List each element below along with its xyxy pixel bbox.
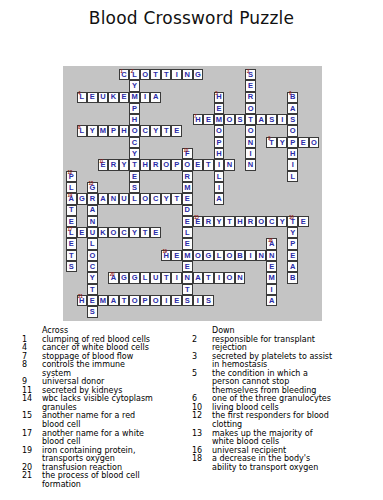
empty-cell xyxy=(140,306,151,317)
empty-cell xyxy=(171,261,182,272)
crossword-cell[interactable]: E xyxy=(150,227,161,238)
crossword-cell[interactable]: I xyxy=(140,92,151,103)
crossword-cell[interactable]: L xyxy=(214,171,225,182)
empty-cell xyxy=(193,261,204,272)
crossword-cell[interactable]: Y xyxy=(214,216,225,227)
crossword-cell[interactable]: Y xyxy=(129,80,140,91)
empty-cell xyxy=(119,205,130,216)
crossword-cell[interactable]: I xyxy=(171,69,182,80)
crossword-cell[interactable]: N xyxy=(224,159,235,170)
empty-cell xyxy=(66,159,77,170)
crossword-cell[interactable]: T xyxy=(140,227,151,238)
crossword-cell[interactable]: A xyxy=(87,205,98,216)
crossword-cell[interactable]: 1C xyxy=(119,69,130,80)
clue-number-badge: 8 xyxy=(78,126,80,131)
empty-cell xyxy=(119,103,130,114)
cell-letter: U xyxy=(90,229,95,237)
cell-letter: A xyxy=(258,116,263,124)
crossword-cell[interactable]: O xyxy=(140,69,151,80)
empty-cell xyxy=(256,182,267,193)
crossword-cell[interactable]: G xyxy=(193,69,204,80)
empty-cell xyxy=(298,238,309,249)
crossword-cell[interactable]: E xyxy=(171,125,182,136)
crossword-cell[interactable]: E xyxy=(266,261,277,272)
crossword-cell[interactable]: Y xyxy=(129,227,140,238)
crossword-cell[interactable]: U xyxy=(119,193,130,204)
clue-item-text: responsible for transplant rejection xyxy=(212,336,377,353)
crossword-cell[interactable]: 8L xyxy=(77,125,88,136)
crossword-cell[interactable]: 16T xyxy=(287,216,298,227)
crossword-cell[interactable]: T xyxy=(161,69,172,80)
crossword-cell[interactable]: E xyxy=(298,137,309,148)
empty-cell xyxy=(266,182,277,193)
cell-letter: O xyxy=(142,195,148,203)
crossword-cell[interactable]: A xyxy=(108,295,119,306)
crossword-cell[interactable]: 14A xyxy=(66,193,77,204)
cell-letter: P xyxy=(290,240,295,248)
empty-cell xyxy=(119,284,130,295)
cell-letter: E xyxy=(185,240,190,248)
empty-cell xyxy=(287,306,298,317)
crossword-cell[interactable]: A xyxy=(256,114,267,125)
crossword-cell[interactable]: G xyxy=(203,250,214,261)
empty-cell xyxy=(171,171,182,182)
crossword-cell[interactable]: T xyxy=(182,284,193,295)
crossword-cell[interactable]: 6B xyxy=(287,92,298,103)
crossword-cell[interactable]: A xyxy=(193,272,204,283)
empty-cell xyxy=(256,69,267,80)
crossword-cell[interactable]: E xyxy=(66,216,77,227)
empty-cell xyxy=(309,261,320,272)
crossword-cell[interactable]: T xyxy=(245,114,256,125)
crossword-cell[interactable]: H xyxy=(287,148,298,159)
crossword-cell[interactable]: A xyxy=(150,92,161,103)
empty-cell xyxy=(140,205,151,216)
crossword-cell[interactable]: A xyxy=(266,295,277,306)
crossword-cell[interactable]: O xyxy=(150,295,161,306)
crossword-cell[interactable]: H xyxy=(119,125,130,136)
crossword-cell[interactable]: A xyxy=(98,193,109,204)
crossword-cell[interactable]: L xyxy=(129,193,140,204)
empty-cell xyxy=(214,205,225,216)
crossword-cell[interactable]: O xyxy=(161,159,172,170)
crossword-cell[interactable]: E xyxy=(87,92,98,103)
crossword-cell[interactable]: N xyxy=(256,250,267,261)
crossword-cell[interactable]: O xyxy=(182,159,193,170)
crossword-cell[interactable]: B xyxy=(287,272,298,283)
crossword-cell[interactable]: R xyxy=(203,216,214,227)
crossword-cell[interactable]: C xyxy=(140,125,151,136)
crossword-cell[interactable]: 5H xyxy=(214,92,225,103)
cell-letter: N xyxy=(269,252,274,260)
crossword-cell[interactable]: M xyxy=(129,92,140,103)
crossword-cell[interactable]: S xyxy=(129,182,140,193)
crossword-cell[interactable]: 2L xyxy=(129,69,140,80)
crossword-cell[interactable]: E xyxy=(214,103,225,114)
crossword-cell[interactable]: I xyxy=(214,272,225,283)
crossword-cell[interactable]: R xyxy=(245,92,256,103)
crossword-cell[interactable]: C xyxy=(119,227,130,238)
crossword-cell[interactable]: E xyxy=(77,227,88,238)
empty-cell xyxy=(150,306,161,317)
crossword-cell[interactable]: O xyxy=(224,114,235,125)
crossword-cell[interactable]: E xyxy=(182,238,193,249)
crossword-cell[interactable]: R xyxy=(87,193,98,204)
empty-cell xyxy=(161,261,172,272)
clue-number-badge: 19 xyxy=(162,250,166,255)
crossword-cell[interactable]: 19H xyxy=(161,250,172,261)
empty-cell xyxy=(108,250,119,261)
crossword-cell[interactable]: S xyxy=(287,114,298,125)
crossword-cell[interactable]: Y xyxy=(87,272,98,283)
crossword-cell[interactable]: T xyxy=(161,272,172,283)
empty-cell xyxy=(140,137,151,148)
crossword-cell[interactable]: S xyxy=(87,306,98,317)
crossword-cell[interactable]: Y xyxy=(161,193,172,204)
cell-letter: A xyxy=(153,93,158,101)
crossword-cell[interactable]: T xyxy=(129,159,140,170)
crossword-cell[interactable]: U xyxy=(98,92,109,103)
cell-letter: E xyxy=(185,218,190,226)
crossword-cell[interactable]: L xyxy=(140,272,151,283)
crossword-cell[interactable]: 7H xyxy=(193,114,204,125)
crossword-cell[interactable]: K xyxy=(108,92,119,103)
crossword-cell[interactable]: Y xyxy=(87,125,98,136)
crossword-cell[interactable]: O xyxy=(287,125,298,136)
crossword-cell[interactable]: I xyxy=(266,284,277,295)
crossword-cell[interactable]: I xyxy=(214,182,225,193)
crossword-cell[interactable]: N xyxy=(108,193,119,204)
crossword-cell[interactable]: S xyxy=(66,261,77,272)
crossword-cell[interactable]: L xyxy=(66,182,77,193)
empty-cell xyxy=(298,125,309,136)
cell-letter: L xyxy=(132,195,137,203)
crossword-cell[interactable]: O xyxy=(129,125,140,136)
crossword-cell[interactable]: 3S xyxy=(245,69,256,80)
crossword-cell[interactable]: T xyxy=(203,272,214,283)
crossword-cell[interactable]: N xyxy=(182,272,193,283)
empty-cell xyxy=(224,171,235,182)
empty-cell xyxy=(266,159,277,170)
clue-item-number: 2 xyxy=(192,336,212,353)
crossword-cell[interactable]: E xyxy=(203,114,214,125)
empty-cell xyxy=(298,261,309,272)
empty-cell xyxy=(119,148,130,159)
empty-cell xyxy=(287,295,298,306)
crossword-cell[interactable]: S xyxy=(182,295,193,306)
empty-cell xyxy=(214,306,225,317)
empty-cell xyxy=(119,171,130,182)
cell-letter: H xyxy=(121,127,126,135)
cell-letter: B xyxy=(290,274,295,282)
crossword-cell[interactable]: Y xyxy=(287,227,298,238)
crossword-cell[interactable]: O xyxy=(193,250,204,261)
crossword-cell[interactable]: L xyxy=(182,227,193,238)
empty-cell xyxy=(161,227,172,238)
cell-letter: A xyxy=(216,195,221,203)
crossword-cell[interactable]: O xyxy=(224,272,235,283)
empty-cell xyxy=(277,148,288,159)
crossword-cell[interactable]: I xyxy=(245,250,256,261)
crossword-cell[interactable]: K xyxy=(98,227,109,238)
crossword-cell[interactable]: P xyxy=(108,125,119,136)
crossword-cell[interactable]: 18A xyxy=(266,238,277,249)
crossword-cell[interactable]: 15E xyxy=(193,216,204,227)
cell-letter: O xyxy=(184,161,190,169)
empty-cell xyxy=(77,137,88,148)
empty-cell xyxy=(235,227,246,238)
crossword-cell[interactable]: O xyxy=(87,250,98,261)
empty-cell xyxy=(203,227,214,238)
crossword-cell[interactable]: E xyxy=(182,193,193,204)
crossword-cell[interactable]: L xyxy=(287,171,298,182)
clue-number-badge: 16 xyxy=(289,216,293,221)
empty-cell xyxy=(182,114,193,125)
crossword-cell[interactable]: T xyxy=(150,69,161,80)
crossword-cell[interactable]: E xyxy=(193,159,204,170)
crossword-cell[interactable]: T xyxy=(224,216,235,227)
crossword-cell[interactable]: M xyxy=(98,125,109,136)
cell-letter: O xyxy=(132,127,138,135)
crossword-cell[interactable]: C xyxy=(266,216,277,227)
empty-cell xyxy=(287,182,298,193)
crossword-cell[interactable]: R xyxy=(245,216,256,227)
crossword-cell[interactable]: P xyxy=(214,137,225,148)
crossword-cell[interactable]: P xyxy=(140,295,151,306)
crossword-cell[interactable]: H xyxy=(140,159,151,170)
crossword-cell[interactable]: E xyxy=(287,250,298,261)
empty-cell xyxy=(256,295,267,306)
crossword-cell[interactable]: E xyxy=(171,295,182,306)
crossword-cell[interactable]: M xyxy=(214,114,225,125)
empty-cell xyxy=(256,205,267,216)
empty-cell xyxy=(77,159,88,170)
empty-cell xyxy=(235,69,246,80)
cell-letter: E xyxy=(248,82,253,90)
empty-cell xyxy=(203,148,214,159)
crossword-cell[interactable]: E xyxy=(171,250,182,261)
empty-cell xyxy=(203,238,214,249)
empty-cell xyxy=(235,284,246,295)
cell-letter: E xyxy=(290,252,295,260)
empty-cell xyxy=(171,227,182,238)
empty-cell xyxy=(129,284,140,295)
crossword-cell[interactable]: R xyxy=(182,171,193,182)
crossword-cell[interactable]: E xyxy=(119,92,130,103)
crossword-cell[interactable]: O xyxy=(245,103,256,114)
crossword-cell[interactable]: E xyxy=(182,216,193,227)
crossword-cell[interactable]: N xyxy=(182,69,193,80)
empty-cell xyxy=(182,306,193,317)
crossword-cell[interactable]: N xyxy=(235,272,246,283)
crossword-cell[interactable]: T xyxy=(119,295,130,306)
cell-letter: E xyxy=(69,240,74,248)
crossword-cell[interactable]: N xyxy=(245,159,256,170)
crossword-cell[interactable]: G xyxy=(119,272,130,283)
crossword-cell[interactable]: I xyxy=(287,159,298,170)
clue-item-text: the condition in which a person cannot s… xyxy=(212,370,377,396)
empty-cell xyxy=(256,148,267,159)
crossword-cell[interactable]: E xyxy=(182,261,193,272)
crossword-cell[interactable]: E xyxy=(298,216,309,227)
crossword-cell[interactable]: I xyxy=(171,272,182,283)
cell-letter: Y xyxy=(90,127,95,135)
crossword-cell[interactable]: T xyxy=(203,159,214,170)
crossword-cell[interactable]: I xyxy=(193,295,204,306)
cell-letter: H xyxy=(132,116,137,124)
crossword-cell[interactable]: T xyxy=(161,125,172,136)
crossword-cell[interactable]: N xyxy=(87,216,98,227)
crossword-cell[interactable]: H xyxy=(235,216,246,227)
empty-cell xyxy=(129,261,140,272)
crossword-cell[interactable]: E xyxy=(66,238,77,249)
empty-cell xyxy=(309,148,320,159)
cell-letter: G xyxy=(132,274,138,282)
crossword-cell[interactable]: P xyxy=(287,137,298,148)
empty-cell xyxy=(140,103,151,114)
cell-letter: T xyxy=(227,218,232,226)
crossword-cell[interactable]: 21H xyxy=(77,295,88,306)
cell-letter: L xyxy=(290,173,295,181)
empty-cell xyxy=(214,261,225,272)
cell-letter: D xyxy=(185,206,190,214)
crossword-cell[interactable]: 20A xyxy=(108,272,119,283)
empty-cell xyxy=(277,306,288,317)
crossword-cell[interactable]: O xyxy=(256,216,267,227)
cell-letter: E xyxy=(132,173,137,181)
crossword-cell[interactable]: P xyxy=(171,159,182,170)
empty-cell xyxy=(98,103,109,114)
crossword-cell[interactable]: H xyxy=(214,148,225,159)
crossword-cell[interactable]: I xyxy=(277,114,288,125)
crossword-cell[interactable]: M xyxy=(266,272,277,283)
crossword-cell[interactable]: 11E xyxy=(98,159,109,170)
cell-letter: P xyxy=(290,139,295,147)
empty-cell xyxy=(266,80,277,91)
crossword-cell[interactable]: I xyxy=(214,159,225,170)
empty-cell xyxy=(224,238,235,249)
crossword-cell[interactable]: G xyxy=(129,272,140,283)
empty-cell xyxy=(309,284,320,295)
crossword-cell[interactable]: U xyxy=(150,272,161,283)
empty-cell xyxy=(203,193,214,204)
crossword-cell[interactable]: D xyxy=(182,205,193,216)
empty-cell xyxy=(256,92,267,103)
crossword-cell[interactable]: U xyxy=(87,227,98,238)
crossword-cell[interactable]: L xyxy=(214,250,225,261)
crossword-cell[interactable]: T xyxy=(66,250,77,261)
crossword-cell[interactable]: O xyxy=(140,193,151,204)
crossword-cell[interactable]: M xyxy=(98,295,109,306)
empty-cell xyxy=(266,125,277,136)
crossword-cell[interactable]: R xyxy=(108,159,119,170)
crossword-cell[interactable]: O xyxy=(214,125,225,136)
crossword-cell[interactable]: S xyxy=(235,114,246,125)
crossword-cell[interactable]: E xyxy=(87,295,98,306)
crossword-cell[interactable]: T xyxy=(66,205,77,216)
empty-cell xyxy=(77,114,88,125)
crossword-cell[interactable]: 10F xyxy=(182,148,193,159)
crossword-cell[interactable]: N xyxy=(245,137,256,148)
crossword-cell[interactable]: C xyxy=(129,137,140,148)
empty-cell xyxy=(171,306,182,317)
crossword-cell[interactable]: 17L xyxy=(66,227,77,238)
crossword-cell[interactable]: 13G xyxy=(87,182,98,193)
empty-cell xyxy=(256,125,267,136)
crossword-cell[interactable]: P xyxy=(129,103,140,114)
empty-cell xyxy=(140,261,151,272)
crossword-cell[interactable]: E xyxy=(245,80,256,91)
crossword-cell[interactable]: 9T xyxy=(266,137,277,148)
empty-cell xyxy=(77,272,88,283)
crossword-cell[interactable]: G xyxy=(77,193,88,204)
crossword-cell[interactable]: L xyxy=(87,238,98,249)
empty-cell xyxy=(235,295,246,306)
empty-cell xyxy=(108,137,119,148)
crossword-cell[interactable]: Y xyxy=(119,159,130,170)
empty-cell xyxy=(161,205,172,216)
crossword-cell[interactable]: I xyxy=(245,148,256,159)
crossword-cell[interactable]: Y xyxy=(277,216,288,227)
cell-letter: E xyxy=(69,218,74,226)
crossword-cell[interactable]: O xyxy=(245,125,256,136)
crossword-cell[interactable]: T xyxy=(171,193,182,204)
crossword-cell[interactable]: E xyxy=(129,171,140,182)
empty-cell xyxy=(309,193,320,204)
empty-cell xyxy=(77,205,88,216)
crossword-cell[interactable]: Y xyxy=(277,137,288,148)
crossword-cell[interactable]: I xyxy=(161,295,172,306)
crossword-cell[interactable]: A xyxy=(287,103,298,114)
crossword-cell[interactable]: O xyxy=(224,250,235,261)
crossword-cell[interactable]: O xyxy=(309,137,320,148)
empty-cell xyxy=(108,284,119,295)
empty-cell xyxy=(245,227,256,238)
crossword-cell[interactable]: M xyxy=(182,182,193,193)
crossword-cell[interactable]: S xyxy=(203,295,214,306)
crossword-cell[interactable]: C xyxy=(87,261,98,272)
crossword-cell[interactable]: A xyxy=(287,261,298,272)
crossword-cell[interactable]: 4L xyxy=(77,92,88,103)
crossword-cell[interactable]: C xyxy=(150,193,161,204)
crossword-cell[interactable]: T xyxy=(87,284,98,295)
crossword-cell[interactable]: O xyxy=(108,227,119,238)
crossword-cell[interactable]: H xyxy=(129,114,140,125)
crossword-cell[interactable]: O xyxy=(129,295,140,306)
crossword-cell[interactable]: R xyxy=(150,159,161,170)
crossword-cell[interactable]: 12P xyxy=(66,171,77,182)
clue-item-text: a decrease in the body's ability to tran… xyxy=(212,455,377,472)
cell-letter: E xyxy=(174,127,179,135)
cell-letter: I xyxy=(144,93,146,101)
crossword-cell[interactable]: Y xyxy=(150,125,161,136)
crossword-cell[interactable]: S xyxy=(266,114,277,125)
crossword-cell[interactable]: N xyxy=(266,250,277,261)
crossword-cell[interactable]: A xyxy=(214,193,225,204)
crossword-cell[interactable]: B xyxy=(235,250,246,261)
crossword-cell[interactable]: Y xyxy=(129,148,140,159)
crossword-cell[interactable]: P xyxy=(287,238,298,249)
empty-cell xyxy=(224,148,235,159)
empty-cell xyxy=(309,182,320,193)
clue-item-number: 17 xyxy=(22,430,42,447)
cell-letter: Y xyxy=(132,150,137,158)
empty-cell xyxy=(235,92,246,103)
empty-cell xyxy=(87,103,98,114)
cell-letter: P xyxy=(216,139,221,147)
empty-cell xyxy=(298,103,309,114)
crossword-cell[interactable]: M xyxy=(182,250,193,261)
